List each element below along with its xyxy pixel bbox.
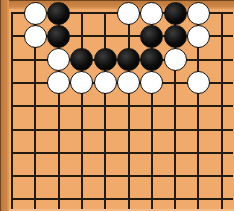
intersection[interactable] [24,95,47,118]
intersection[interactable] [140,118,163,141]
board-bottom-sheen [9,209,234,212]
intersection[interactable] [117,95,140,118]
intersection[interactable] [47,164,70,187]
intersection[interactable] [70,1,93,24]
go-board-diagram [0,0,234,211]
intersection[interactable] [117,48,140,71]
intersection[interactable] [47,48,70,71]
intersection[interactable] [210,95,233,118]
intersection[interactable] [163,164,186,187]
white-stone[interactable] [187,25,210,48]
white-stone[interactable] [187,2,210,25]
white-stone[interactable] [47,71,70,94]
intersection[interactable] [47,141,70,164]
white-stone[interactable] [117,2,140,25]
black-stone[interactable] [164,25,187,48]
intersection[interactable] [117,141,140,164]
intersection[interactable] [163,48,186,71]
intersection[interactable] [187,95,210,118]
white-stone[interactable] [140,2,163,25]
intersection[interactable] [187,25,210,48]
white-stone[interactable] [187,71,210,94]
black-stone[interactable] [47,25,70,48]
intersection[interactable] [70,95,93,118]
white-stone[interactable] [24,25,47,48]
go-grid [0,1,233,211]
white-stone[interactable] [140,71,163,94]
intersection[interactable] [187,188,210,211]
intersection[interactable] [0,118,23,141]
intersection[interactable] [140,95,163,118]
intersection[interactable] [94,95,117,118]
black-stone[interactable] [117,48,140,71]
intersection[interactable] [24,25,47,48]
intersection[interactable] [94,141,117,164]
intersection[interactable] [117,1,140,24]
intersection[interactable] [210,48,233,71]
intersection[interactable] [140,25,163,48]
intersection[interactable] [187,71,210,94]
intersection[interactable] [24,48,47,71]
intersection[interactable] [117,71,140,94]
intersection[interactable] [163,25,186,48]
intersection[interactable] [187,1,210,24]
intersection[interactable] [24,188,47,211]
intersection[interactable] [187,164,210,187]
intersection[interactable] [0,48,23,71]
intersection[interactable] [210,1,233,24]
intersection[interactable] [94,71,117,94]
intersection[interactable] [94,118,117,141]
intersection[interactable] [24,71,47,94]
intersection[interactable] [163,188,186,211]
intersection[interactable] [140,141,163,164]
intersection[interactable] [70,118,93,141]
black-stone[interactable] [47,2,70,25]
intersection[interactable] [0,188,23,211]
black-stone[interactable] [94,48,117,71]
intersection[interactable] [210,188,233,211]
intersection[interactable] [0,1,23,24]
intersection[interactable] [187,141,210,164]
black-stone[interactable] [140,48,163,71]
intersection[interactable] [24,1,47,24]
intersection[interactable] [70,141,93,164]
intersection[interactable] [163,1,186,24]
black-stone[interactable] [164,2,187,25]
intersection[interactable] [210,141,233,164]
intersection[interactable] [140,188,163,211]
intersection[interactable] [117,188,140,211]
intersection[interactable] [187,118,210,141]
intersection[interactable] [24,118,47,141]
intersection[interactable] [140,164,163,187]
intersection[interactable] [210,118,233,141]
white-stone[interactable] [24,2,47,25]
intersection[interactable] [140,71,163,94]
intersection[interactable] [140,48,163,71]
intersection[interactable] [0,95,23,118]
intersection[interactable] [70,25,93,48]
intersection[interactable] [94,188,117,211]
intersection[interactable] [94,164,117,187]
intersection[interactable] [47,118,70,141]
intersection[interactable] [163,118,186,141]
intersection[interactable] [70,188,93,211]
intersection[interactable] [117,25,140,48]
intersection[interactable] [140,1,163,24]
intersection[interactable] [0,164,23,187]
intersection[interactable] [24,141,47,164]
intersection[interactable] [70,48,93,71]
black-stone[interactable] [70,48,93,71]
intersection[interactable] [70,164,93,187]
white-stone[interactable] [47,48,70,71]
intersection[interactable] [163,71,186,94]
intersection[interactable] [210,164,233,187]
intersection[interactable] [163,95,186,118]
intersection[interactable] [47,188,70,211]
white-stone[interactable] [70,71,93,94]
intersection[interactable] [0,71,23,94]
intersection[interactable] [70,71,93,94]
intersection[interactable] [47,25,70,48]
intersection[interactable] [94,25,117,48]
intersection[interactable] [47,71,70,94]
white-stone[interactable] [94,71,117,94]
intersection[interactable] [117,118,140,141]
intersection[interactable] [187,48,210,71]
intersection[interactable] [24,164,47,187]
black-stone[interactable] [140,25,163,48]
white-stone[interactable] [164,48,187,71]
intersection[interactable] [0,141,23,164]
intersection[interactable] [117,164,140,187]
intersection[interactable] [94,48,117,71]
intersection[interactable] [163,141,186,164]
intersection[interactable] [47,95,70,118]
intersection[interactable] [94,1,117,24]
white-stone[interactable] [117,71,140,94]
intersection[interactable] [210,25,233,48]
intersection[interactable] [47,1,70,24]
intersection[interactable] [210,71,233,94]
intersection[interactable] [0,25,23,48]
